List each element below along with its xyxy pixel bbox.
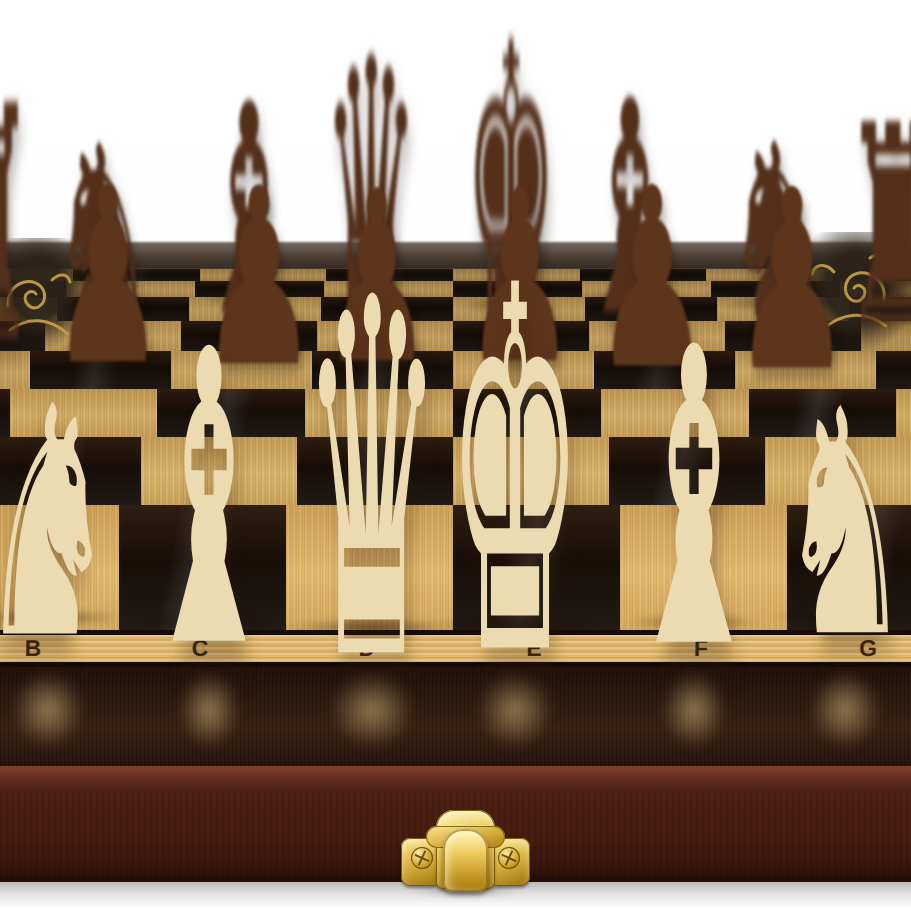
latch-tongue[interactable]: [443, 829, 488, 892]
white-knight-g1[interactable]: ♞: [695, 369, 911, 680]
brass-latch[interactable]: [400, 808, 531, 892]
latch-screw-right-icon: [498, 847, 520, 869]
box-front-lip: [0, 766, 911, 790]
latch-screw-left-icon: [411, 847, 433, 869]
chess-set-product-photo: BCDEFG ♜♞♝♛♚♝♞♜♟♟♟♟♟♟♞♝♛♚♝♞: [0, 0, 911, 911]
